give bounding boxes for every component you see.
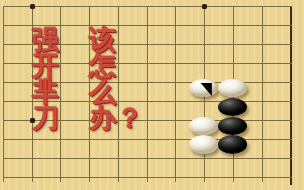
star-point [30,118,35,123]
grid-vertical-line [32,7,33,182]
grid-vertical-line [118,7,119,182]
go-board[interactable] [0,0,304,190]
black-stone [218,135,247,154]
video-frame: 强开芈刀 该怎么办？ [0,0,304,190]
white-stone [189,135,218,154]
black-stone [218,98,247,117]
grid-horizontal-line [3,101,292,102]
grid-vertical-line [175,7,176,182]
white-stone [189,117,218,136]
star-point [202,4,207,9]
grid-horizontal-line [3,158,292,159]
grid-horizontal-line [3,120,292,121]
white-stone [189,79,218,98]
last-move-triangle-marker [200,83,212,96]
grid-vertical-line [147,7,148,182]
grid-vertical-line [60,7,61,182]
grid-horizontal-line [3,63,292,64]
grid-horizontal-line [3,25,292,26]
grid-vertical-line [3,7,4,182]
grid-vertical-line [262,7,263,182]
grid-vertical-line [89,7,90,182]
grid-horizontal-line [3,139,292,140]
grid-horizontal-line [3,177,292,178]
star-point [30,4,35,9]
grid-horizontal-line [3,44,292,45]
grid-horizontal-line [3,6,292,7]
black-stone [218,117,247,136]
grid-horizontal-line [3,82,292,83]
white-stone [218,79,247,98]
